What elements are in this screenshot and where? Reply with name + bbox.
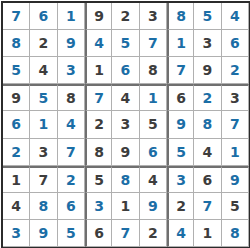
cell-r1c6[interactable]: 3 <box>140 3 167 30</box>
cell-r2c2[interactable]: 2 <box>30 30 57 57</box>
cell-r9c9[interactable]: 8 <box>222 220 249 247</box>
cell-r1c8[interactable]: 5 <box>194 3 221 30</box>
cell-r1c2[interactable]: 6 <box>30 3 57 30</box>
cell-r9c5[interactable]: 7 <box>112 220 139 247</box>
cell-r4c4[interactable]: 7 <box>85 84 112 111</box>
cell-r4c5[interactable]: 4 <box>112 84 139 111</box>
cell-r3c9[interactable]: 2 <box>222 57 249 84</box>
cell-r4c9[interactable]: 3 <box>222 84 249 111</box>
cell-r4c2[interactable]: 5 <box>30 84 57 111</box>
cell-r8c1[interactable]: 4 <box>3 193 30 220</box>
cell-r6c8[interactable]: 4 <box>194 139 221 166</box>
cell-r3c8[interactable]: 9 <box>194 57 221 84</box>
cell-r7c2[interactable]: 7 <box>30 166 57 193</box>
cell-r9c1[interactable]: 3 <box>3 220 30 247</box>
cell-r5c8[interactable]: 8 <box>194 111 221 138</box>
cell-r6c2[interactable]: 3 <box>30 139 57 166</box>
cell-r1c3[interactable]: 1 <box>58 3 85 30</box>
cell-r7c8[interactable]: 6 <box>194 166 221 193</box>
cell-r8c6[interactable]: 9 <box>140 193 167 220</box>
cell-r4c7[interactable]: 6 <box>167 84 194 111</box>
cell-r6c6[interactable]: 6 <box>140 139 167 166</box>
sudoku-board-frame: 7619238548294571365431687929587416236142… <box>1 1 250 248</box>
cell-r4c8[interactable]: 2 <box>194 84 221 111</box>
cell-r1c7[interactable]: 8 <box>167 3 194 30</box>
cell-r2c5[interactable]: 5 <box>112 30 139 57</box>
cell-r1c4[interactable]: 9 <box>85 3 112 30</box>
cell-r8c8[interactable]: 7 <box>194 193 221 220</box>
cell-r1c5[interactable]: 2 <box>112 3 139 30</box>
cell-r7c3[interactable]: 2 <box>58 166 85 193</box>
cell-r2c9[interactable]: 6 <box>222 30 249 57</box>
cell-r9c2[interactable]: 9 <box>30 220 57 247</box>
sudoku-board: 7619238548294571365431687929587416236142… <box>3 3 249 247</box>
cell-r3c3[interactable]: 3 <box>58 57 85 84</box>
cell-r2c4[interactable]: 4 <box>85 30 112 57</box>
cell-r7c1[interactable]: 1 <box>3 166 30 193</box>
cell-r1c9[interactable]: 4 <box>222 3 249 30</box>
cell-r6c1[interactable]: 2 <box>3 139 30 166</box>
cell-r2c8[interactable]: 3 <box>194 30 221 57</box>
cell-r7c7[interactable]: 3 <box>167 166 194 193</box>
cell-r5c9[interactable]: 7 <box>222 111 249 138</box>
cell-r5c5[interactable]: 3 <box>112 111 139 138</box>
cell-r5c1[interactable]: 6 <box>3 111 30 138</box>
cell-r6c7[interactable]: 5 <box>167 139 194 166</box>
cell-r7c5[interactable]: 8 <box>112 166 139 193</box>
cell-r5c6[interactable]: 5 <box>140 111 167 138</box>
cell-r9c4[interactable]: 6 <box>85 220 112 247</box>
cell-r9c3[interactable]: 5 <box>58 220 85 247</box>
cell-r2c7[interactable]: 1 <box>167 30 194 57</box>
cell-r4c3[interactable]: 8 <box>58 84 85 111</box>
cell-r7c6[interactable]: 4 <box>140 166 167 193</box>
cell-r2c3[interactable]: 9 <box>58 30 85 57</box>
cell-r6c4[interactable]: 8 <box>85 139 112 166</box>
cell-r5c2[interactable]: 1 <box>30 111 57 138</box>
cell-r8c9[interactable]: 5 <box>222 193 249 220</box>
cell-r9c6[interactable]: 2 <box>140 220 167 247</box>
cell-r5c7[interactable]: 9 <box>167 111 194 138</box>
cell-r3c6[interactable]: 8 <box>140 57 167 84</box>
cell-r7c9[interactable]: 9 <box>222 166 249 193</box>
cell-r4c6[interactable]: 1 <box>140 84 167 111</box>
cell-r2c1[interactable]: 8 <box>3 30 30 57</box>
cell-r8c5[interactable]: 1 <box>112 193 139 220</box>
cell-r3c4[interactable]: 1 <box>85 57 112 84</box>
cell-r5c4[interactable]: 2 <box>85 111 112 138</box>
cell-r5c3[interactable]: 4 <box>58 111 85 138</box>
cell-r3c5[interactable]: 6 <box>112 57 139 84</box>
cell-r3c1[interactable]: 5 <box>3 57 30 84</box>
cell-r2c6[interactable]: 7 <box>140 30 167 57</box>
cell-r6c5[interactable]: 9 <box>112 139 139 166</box>
cell-r1c1[interactable]: 7 <box>3 3 30 30</box>
cell-r8c7[interactable]: 2 <box>167 193 194 220</box>
cell-r3c2[interactable]: 4 <box>30 57 57 84</box>
cell-r6c3[interactable]: 7 <box>58 139 85 166</box>
cell-r6c9[interactable]: 1 <box>222 139 249 166</box>
cell-r3c7[interactable]: 7 <box>167 57 194 84</box>
cell-r9c8[interactable]: 1 <box>194 220 221 247</box>
cell-r8c2[interactable]: 8 <box>30 193 57 220</box>
cell-r7c4[interactable]: 5 <box>85 166 112 193</box>
cell-r4c1[interactable]: 9 <box>3 84 30 111</box>
cell-r8c4[interactable]: 3 <box>85 193 112 220</box>
cell-r9c7[interactable]: 4 <box>167 220 194 247</box>
cell-r8c3[interactable]: 6 <box>58 193 85 220</box>
